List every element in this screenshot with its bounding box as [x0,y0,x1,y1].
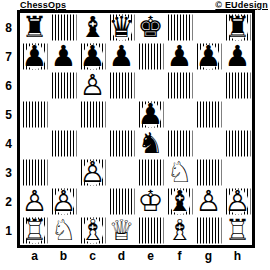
black-pawn-piece: ♟ [22,42,48,71]
square-b3 [49,158,78,187]
black-bishop-piece: ♝ [167,187,193,216]
rank-label-6: 6 [0,71,17,100]
chessops-link[interactable]: ChessOps [20,0,66,10]
rank-label-4: 4 [0,129,17,158]
square-h6 [223,71,252,100]
square-c2 [78,187,107,216]
square-a7: ♟ [20,42,49,71]
file-label-f: f [165,249,194,263]
rank-label-3: 3 [0,158,17,187]
square-h7: ♟ [223,42,252,71]
black-rook-piece: ♜ [225,13,251,42]
square-g8 [194,13,223,42]
square-b6 [49,71,78,100]
square-g5 [194,100,223,129]
black-pawn-piece: ♟ [138,100,164,129]
rank-label-2: 2 [0,187,17,216]
white-pawn-piece: ♙ [80,71,106,100]
square-a4 [20,129,49,158]
square-b8 [49,13,78,42]
white-pawn-piece: ♙ [225,187,251,216]
black-pawn-piece: ♟ [109,42,135,71]
square-d1: ♕ [107,216,136,245]
square-e5: ♟ [136,100,165,129]
square-d6 [107,71,136,100]
black-rook-piece: ♜ [22,13,48,42]
file-label-g: g [194,249,223,263]
file-label-d: d [107,249,136,263]
square-g1 [194,216,223,245]
square-b2: ♙ [49,187,78,216]
square-h5 [223,100,252,129]
square-a3 [20,158,49,187]
black-knight-piece: ♞ [138,129,164,158]
square-b4 [49,129,78,158]
square-b1: ♘ [49,216,78,245]
square-c6: ♙ [78,71,107,100]
square-a2: ♙ [20,187,49,216]
square-c1: ♗ [78,216,107,245]
square-g3 [194,158,223,187]
square-c8: ♝ [78,13,107,42]
black-pawn-piece: ♟ [196,42,222,71]
square-f8 [165,13,194,42]
square-h3 [223,158,252,187]
square-e2: ♔ [136,187,165,216]
square-h2: ♙ [223,187,252,216]
rank-labels: 87654321 [0,13,17,245]
square-e3 [136,158,165,187]
white-pawn-piece: ♙ [196,187,222,216]
white-pawn-piece: ♙ [80,158,106,187]
square-e6 [136,71,165,100]
black-pawn-piece: ♟ [225,42,251,71]
white-knight-piece: ♘ [51,216,77,245]
square-d8: ♛ [107,13,136,42]
black-pawn-piece: ♟ [167,42,193,71]
square-h1: ♖ [223,216,252,245]
square-g4 [194,129,223,158]
square-c4 [78,129,107,158]
square-e4: ♞ [136,129,165,158]
square-c7: ♟ [78,42,107,71]
square-d3 [107,158,136,187]
white-rook-piece: ♖ [225,216,251,245]
white-bishop-piece: ♗ [80,216,106,245]
square-a8: ♜ [20,13,49,42]
rank-label-5: 5 [0,100,17,129]
square-f5 [165,100,194,129]
board: ♜♝♛♚♜♟♟♟♟♟♟♟♙♟♞♙♘♙♙♔♝♙♙♖♘♗♕♗♖ [20,13,252,245]
square-g2: ♙ [194,187,223,216]
board-frame: ♜♝♛♚♜♟♟♟♟♟♟♟♙♟♞♙♘♙♙♔♝♙♙♖♘♗♕♗♖ [17,10,255,248]
square-f3: ♘ [165,158,194,187]
file-label-c: c [78,249,107,263]
file-label-h: h [223,249,252,263]
black-queen-piece: ♛ [109,13,135,42]
rank-label-8: 8 [0,13,17,42]
rank-label-7: 7 [0,42,17,71]
square-d2 [107,187,136,216]
black-bishop-piece: ♝ [80,13,106,42]
square-d5 [107,100,136,129]
square-f2: ♝ [165,187,194,216]
white-bishop-piece: ♗ [167,216,193,245]
black-pawn-piece: ♟ [51,42,77,71]
square-e8: ♚ [136,13,165,42]
square-b5 [49,100,78,129]
white-queen-piece: ♕ [109,216,135,245]
square-c3: ♙ [78,158,107,187]
square-h8: ♜ [223,13,252,42]
square-d4 [107,129,136,158]
square-f4 [165,129,194,158]
square-g6 [194,71,223,100]
square-a6 [20,71,49,100]
square-b7: ♟ [49,42,78,71]
white-pawn-piece: ♙ [22,187,48,216]
black-king-piece: ♚ [138,13,164,42]
square-d7: ♟ [107,42,136,71]
file-label-e: e [136,249,165,263]
rank-label-1: 1 [0,216,17,245]
square-f7: ♟ [165,42,194,71]
white-knight-piece: ♘ [167,158,193,187]
file-label-b: b [49,249,78,263]
white-rook-piece: ♖ [22,216,48,245]
square-f1: ♗ [165,216,194,245]
square-a1: ♖ [20,216,49,245]
square-f6 [165,71,194,100]
file-labels: abcdefgh [20,249,252,263]
square-h4 [223,129,252,158]
eudesign-credit-link[interactable]: © EUdesign [215,0,268,10]
black-pawn-piece: ♟ [80,42,106,71]
white-pawn-piece: ♙ [51,187,77,216]
square-g7: ♟ [194,42,223,71]
square-a5 [20,100,49,129]
square-c5 [78,100,107,129]
file-label-a: a [20,249,49,263]
square-e7 [136,42,165,71]
white-king-piece: ♔ [138,187,164,216]
square-e1 [136,216,165,245]
